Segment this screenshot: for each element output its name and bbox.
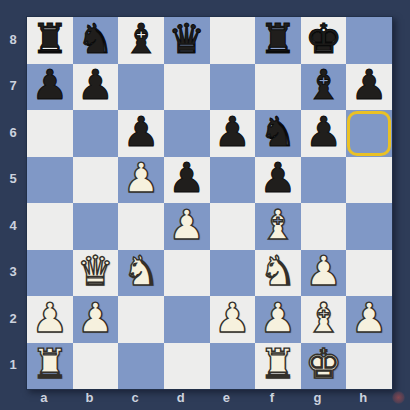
piece-black-bishop-g7[interactable]: ♝ <box>305 65 342 106</box>
square-f5[interactable]: ♟ <box>255 157 301 204</box>
file-label-a: a <box>21 387 67 407</box>
square-a7[interactable]: ♟ <box>27 64 73 111</box>
piece-white-pawn-d4[interactable]: ♟ <box>168 205 205 246</box>
square-c6[interactable]: ♟ <box>118 110 164 157</box>
square-b4[interactable] <box>73 203 119 250</box>
piece-black-pawn-f5[interactable]: ♟ <box>260 158 297 199</box>
square-h8[interactable] <box>346 17 392 64</box>
square-d2[interactable] <box>164 296 210 343</box>
piece-black-rook-f8[interactable]: ♜ <box>260 19 297 60</box>
square-e6[interactable]: ♟ <box>210 110 256 157</box>
piece-black-knight-f6[interactable]: ♞ <box>260 112 297 153</box>
piece-black-pawn-g6[interactable]: ♟ <box>305 112 342 153</box>
square-g4[interactable] <box>301 203 347 250</box>
square-g3[interactable]: ♟ <box>301 250 347 297</box>
square-g1[interactable]: ♚ <box>301 343 347 390</box>
square-d7[interactable] <box>164 64 210 111</box>
piece-white-pawn-e2[interactable]: ♟ <box>214 298 251 339</box>
file-label-h: h <box>340 387 386 407</box>
square-h3[interactable] <box>346 250 392 297</box>
square-d6[interactable] <box>164 110 210 157</box>
square-e5[interactable] <box>210 157 256 204</box>
file-label-c: c <box>112 387 158 407</box>
square-c5[interactable]: ♟ <box>118 157 164 204</box>
square-g5[interactable] <box>301 157 347 204</box>
square-f6[interactable]: ♞ <box>255 110 301 157</box>
rank-label-6: 6 <box>0 109 26 156</box>
piece-black-rook-a8[interactable]: ♜ <box>31 19 68 60</box>
piece-white-queen-b3[interactable]: ♛ <box>77 251 114 292</box>
square-g7[interactable]: ♝ <box>301 64 347 111</box>
square-c3[interactable]: ♞ <box>118 250 164 297</box>
piece-white-knight-f3[interactable]: ♞ <box>260 251 297 292</box>
piece-black-queen-d8[interactable]: ♛ <box>168 19 205 60</box>
corner-indicator-dot <box>392 391 405 404</box>
piece-white-pawn-g3[interactable]: ♟ <box>305 251 342 292</box>
square-d4[interactable]: ♟ <box>164 203 210 250</box>
square-e2[interactable]: ♟ <box>210 296 256 343</box>
square-f1[interactable]: ♜ <box>255 343 301 390</box>
square-c7[interactable] <box>118 64 164 111</box>
piece-white-bishop-f4[interactable]: ♝ <box>260 205 297 246</box>
square-b8[interactable]: ♞ <box>73 17 119 64</box>
square-h2[interactable]: ♟ <box>346 296 392 343</box>
file-label-b: b <box>67 387 113 407</box>
square-b5[interactable] <box>73 157 119 204</box>
piece-white-pawn-f2[interactable]: ♟ <box>260 298 297 339</box>
square-b3[interactable]: ♛ <box>73 250 119 297</box>
piece-black-knight-b8[interactable]: ♞ <box>77 19 114 60</box>
square-a8[interactable]: ♜ <box>27 17 73 64</box>
piece-white-pawn-h2[interactable]: ♟ <box>351 298 388 339</box>
square-e8[interactable] <box>210 17 256 64</box>
square-d3[interactable] <box>164 250 210 297</box>
square-f7[interactable] <box>255 64 301 111</box>
piece-white-pawn-b2[interactable]: ♟ <box>77 298 114 339</box>
square-a5[interactable] <box>27 157 73 204</box>
square-f3[interactable]: ♞ <box>255 250 301 297</box>
rank-label-5: 5 <box>0 156 26 203</box>
file-label-e: e <box>204 387 250 407</box>
square-f2[interactable]: ♟ <box>255 296 301 343</box>
square-g2[interactable]: ♝ <box>301 296 347 343</box>
square-g8[interactable]: ♚ <box>301 17 347 64</box>
file-label-d: d <box>158 387 204 407</box>
rank-label-8: 8 <box>0 16 26 63</box>
square-b1[interactable] <box>73 343 119 390</box>
square-d8[interactable]: ♛ <box>164 17 210 64</box>
selected-square-highlight <box>347 111 391 156</box>
rank-label-4: 4 <box>0 202 26 249</box>
piece-black-pawn-e6[interactable]: ♟ <box>214 112 251 153</box>
square-f4[interactable]: ♝ <box>255 203 301 250</box>
square-a6[interactable] <box>27 110 73 157</box>
rank-label-2: 2 <box>0 295 26 342</box>
rank-label-3: 3 <box>0 249 26 296</box>
piece-white-pawn-c5[interactable]: ♟ <box>123 158 160 199</box>
piece-white-rook-a1[interactable]: ♜ <box>31 344 68 385</box>
chess-board: ♜♞♝♛♜♚♟♟♝♟♟♟♞♟♟♟♟♟♝♛♞♞♟♟♟♟♟♝♟♜♜♚ <box>26 16 393 390</box>
square-h4[interactable] <box>346 203 392 250</box>
square-f8[interactable]: ♜ <box>255 17 301 64</box>
piece-black-pawn-d5[interactable]: ♟ <box>168 158 205 199</box>
square-c1[interactable] <box>118 343 164 390</box>
piece-white-knight-c3[interactable]: ♞ <box>123 251 160 292</box>
square-b6[interactable] <box>73 110 119 157</box>
file-label-f: f <box>249 387 295 407</box>
piece-white-rook-f1[interactable]: ♜ <box>260 344 297 385</box>
rank-label-7: 7 <box>0 63 26 110</box>
square-e3[interactable] <box>210 250 256 297</box>
square-d5[interactable]: ♟ <box>164 157 210 204</box>
square-a2[interactable]: ♟ <box>27 296 73 343</box>
square-c2[interactable] <box>118 296 164 343</box>
square-e4[interactable] <box>210 203 256 250</box>
file-label-g: g <box>295 387 341 407</box>
piece-white-pawn-a2[interactable]: ♟ <box>31 298 68 339</box>
square-b2[interactable]: ♟ <box>73 296 119 343</box>
piece-white-bishop-g2[interactable]: ♝ <box>305 298 342 339</box>
chess-app-window: 87654321 ♜♞♝♛♜♚♟♟♝♟♟♟♞♟♟♟♟♟♝♛♞♞♟♟♟♟♟♝♟♜♜… <box>0 0 410 410</box>
file-labels: abcdefgh <box>21 387 386 407</box>
piece-black-pawn-c6[interactable]: ♟ <box>123 112 160 153</box>
square-e7[interactable] <box>210 64 256 111</box>
square-a1[interactable]: ♜ <box>27 343 73 390</box>
square-h5[interactable] <box>346 157 392 204</box>
board-grid: ♜♞♝♛♜♚♟♟♝♟♟♟♞♟♟♟♟♟♝♛♞♞♟♟♟♟♟♝♟♜♜♚ <box>27 17 392 389</box>
square-c4[interactable] <box>118 203 164 250</box>
piece-black-pawn-b7[interactable]: ♟ <box>77 65 114 106</box>
square-d1[interactable] <box>164 343 210 390</box>
rank-labels: 87654321 <box>0 16 26 388</box>
piece-black-king-g8[interactable]: ♚ <box>305 19 342 60</box>
piece-black-pawn-a7[interactable]: ♟ <box>31 65 68 106</box>
square-h1[interactable] <box>346 343 392 390</box>
square-h7[interactable]: ♟ <box>346 64 392 111</box>
piece-black-pawn-h7[interactable]: ♟ <box>351 65 388 106</box>
square-e1[interactable] <box>210 343 256 390</box>
piece-black-bishop-c8[interactable]: ♝ <box>123 19 160 60</box>
square-b7[interactable]: ♟ <box>73 64 119 111</box>
square-h6[interactable] <box>346 110 392 157</box>
square-a4[interactable] <box>27 203 73 250</box>
rank-label-1: 1 <box>0 342 26 389</box>
square-g6[interactable]: ♟ <box>301 110 347 157</box>
piece-white-king-g1[interactable]: ♚ <box>305 344 342 385</box>
square-c8[interactable]: ♝ <box>118 17 164 64</box>
square-a3[interactable] <box>27 250 73 297</box>
